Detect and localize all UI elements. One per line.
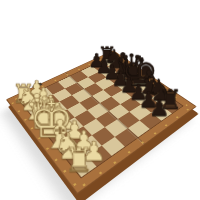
brass-pin-icon — [165, 124, 168, 126]
chess-board[interactable]: ♜♞♝♛♚♝♞♜♟♟♟♟♟♟♟♟♟♟♟♟♟♟♟♟♜♞♝♛♚♝♞♜ — [6, 50, 197, 195]
chess-set-photo: ♜♞♝♛♚♝♞♜♟♟♟♟♟♟♟♟♟♟♟♟♟♟♟♟♜♞♝♛♚♝♞♜ — [0, 0, 200, 200]
brass-pin-icon — [66, 74, 68, 76]
brass-pin-icon — [176, 116, 179, 118]
brass-pin-icon — [141, 141, 144, 144]
brass-pin-icon — [153, 132, 156, 134]
brass-pin-icon — [54, 79, 57, 81]
brass-pin-icon — [74, 182, 78, 185]
piece-black-pawn-h7[interactable]: ♟ — [149, 97, 170, 120]
brass-pin-icon — [77, 69, 79, 70]
piece-white-rook-h1[interactable]: ♜ — [64, 144, 94, 177]
brass-pin-icon — [186, 109, 189, 111]
brass-pin-icon — [82, 183, 86, 186]
brass-pin-icon — [98, 171, 102, 174]
brass-pin-icon — [185, 104, 188, 106]
brass-pin-icon — [113, 161, 116, 164]
brass-pin-icon — [127, 150, 130, 153]
